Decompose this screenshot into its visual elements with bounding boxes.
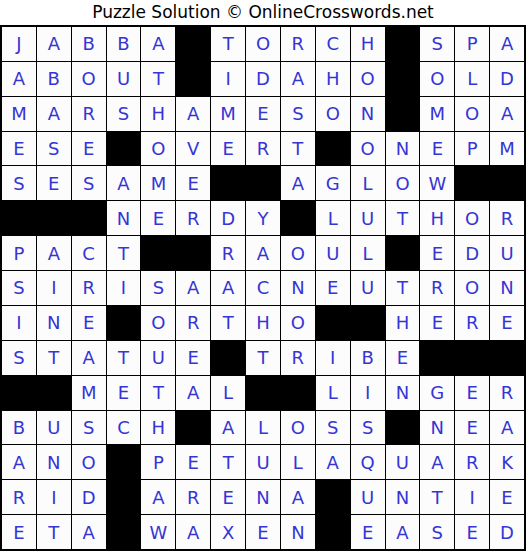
black-square bbox=[211, 166, 245, 200]
letter-cell: N bbox=[37, 445, 71, 479]
letter-cell: H bbox=[141, 97, 175, 131]
letter-cell: U bbox=[351, 480, 385, 514]
letter-cell: M bbox=[211, 97, 245, 131]
letter-cell: S bbox=[420, 27, 454, 61]
letter-cell: E bbox=[490, 480, 524, 514]
letter-cell: O bbox=[141, 306, 175, 340]
letter-cell: U bbox=[107, 62, 141, 96]
black-square bbox=[176, 411, 210, 445]
letter-cell: N bbox=[246, 480, 280, 514]
letter-cell: T bbox=[386, 201, 420, 235]
letter-cell: U bbox=[141, 341, 175, 375]
letter-cell: N bbox=[351, 97, 385, 131]
letter-cell: R bbox=[72, 97, 106, 131]
letter-cell: R bbox=[490, 376, 524, 410]
letter-cell: E bbox=[420, 306, 454, 340]
letter-cell: N bbox=[386, 480, 420, 514]
letter-cell: C bbox=[316, 27, 350, 61]
letter-cell: S bbox=[72, 411, 106, 445]
letter-cell: M bbox=[72, 376, 106, 410]
letter-cell: A bbox=[386, 515, 420, 549]
black-square bbox=[176, 236, 210, 270]
letter-cell: O bbox=[316, 97, 350, 131]
letter-cell: O bbox=[455, 201, 489, 235]
letter-cell: D bbox=[246, 62, 280, 96]
black-square bbox=[141, 236, 175, 270]
letter-cell: A bbox=[490, 27, 524, 61]
letter-cell: E bbox=[2, 515, 36, 549]
letter-cell: R bbox=[211, 236, 245, 270]
letter-cell: A bbox=[141, 27, 175, 61]
letter-cell: G bbox=[316, 166, 350, 200]
letter-cell: D bbox=[72, 480, 106, 514]
letter-cell: I bbox=[455, 480, 489, 514]
letter-cell: K bbox=[490, 445, 524, 479]
letter-cell: L bbox=[246, 411, 280, 445]
letter-cell: E bbox=[2, 132, 36, 166]
letter-cell: E bbox=[455, 376, 489, 410]
black-square bbox=[246, 376, 280, 410]
letter-cell: T bbox=[211, 445, 245, 479]
black-square bbox=[281, 201, 315, 235]
letter-cell: U bbox=[351, 201, 385, 235]
letter-cell: S bbox=[107, 97, 141, 131]
letter-cell: N bbox=[107, 201, 141, 235]
letter-cell: O bbox=[72, 62, 106, 96]
black-square bbox=[490, 341, 524, 375]
letter-cell: N bbox=[281, 515, 315, 549]
letter-cell: I bbox=[351, 376, 385, 410]
letter-cell: C bbox=[107, 411, 141, 445]
letter-cell: S bbox=[281, 97, 315, 131]
letter-cell: R bbox=[455, 445, 489, 479]
black-square bbox=[107, 515, 141, 549]
letter-cell: R bbox=[176, 480, 210, 514]
letter-cell: A bbox=[281, 480, 315, 514]
letter-cell: T bbox=[37, 341, 71, 375]
black-square bbox=[455, 166, 489, 200]
letter-cell: E bbox=[141, 201, 175, 235]
letter-cell: N bbox=[490, 271, 524, 305]
letter-cell: S bbox=[37, 132, 71, 166]
letter-cell: T bbox=[246, 341, 280, 375]
letter-cell: R bbox=[72, 271, 106, 305]
letter-cell: D bbox=[211, 201, 245, 235]
letter-cell: T bbox=[141, 376, 175, 410]
letter-cell: A bbox=[2, 445, 36, 479]
letter-cell: B bbox=[2, 411, 36, 445]
letter-cell: L bbox=[316, 376, 350, 410]
letter-cell: A bbox=[490, 411, 524, 445]
letter-cell: A bbox=[246, 236, 280, 270]
black-square bbox=[316, 515, 350, 549]
black-square bbox=[386, 27, 420, 61]
letter-cell: A bbox=[281, 62, 315, 96]
black-square bbox=[72, 201, 106, 235]
letter-cell: S bbox=[72, 166, 106, 200]
letter-cell: E bbox=[490, 306, 524, 340]
letter-cell: P bbox=[2, 236, 36, 270]
letter-cell: T bbox=[420, 480, 454, 514]
letter-cell: I bbox=[107, 271, 141, 305]
letter-cell: N bbox=[386, 132, 420, 166]
letter-cell: H bbox=[316, 62, 350, 96]
letter-cell: R bbox=[490, 201, 524, 235]
letter-cell: Y bbox=[246, 201, 280, 235]
letter-cell: X bbox=[211, 515, 245, 549]
letter-cell: H bbox=[351, 27, 385, 61]
black-square bbox=[107, 445, 141, 479]
letter-cell: Q bbox=[351, 445, 385, 479]
black-square bbox=[2, 376, 36, 410]
letter-cell: C bbox=[72, 236, 106, 270]
letter-cell: A bbox=[211, 411, 245, 445]
letter-cell: A bbox=[281, 166, 315, 200]
letter-cell: R bbox=[246, 132, 280, 166]
letter-cell: O bbox=[246, 27, 280, 61]
letter-cell: O bbox=[281, 236, 315, 270]
black-square bbox=[2, 201, 36, 235]
letter-cell: B bbox=[107, 27, 141, 61]
letter-cell: T bbox=[37, 515, 71, 549]
black-square bbox=[386, 411, 420, 445]
letter-cell: D bbox=[455, 236, 489, 270]
letter-cell: A bbox=[72, 341, 106, 375]
letter-cell: A bbox=[37, 97, 71, 131]
letter-cell: E bbox=[246, 97, 280, 131]
letter-cell: U bbox=[351, 271, 385, 305]
page-title: Puzzle Solution © OnlineCrosswords.net bbox=[0, 0, 526, 25]
letter-cell: O bbox=[455, 271, 489, 305]
letter-cell: S bbox=[2, 341, 36, 375]
letter-cell: R bbox=[2, 480, 36, 514]
letter-cell: L bbox=[281, 445, 315, 479]
letter-cell: S bbox=[316, 411, 350, 445]
letter-cell: O bbox=[281, 306, 315, 340]
black-square bbox=[316, 306, 350, 340]
letter-cell: B bbox=[37, 62, 71, 96]
letter-cell: E bbox=[107, 376, 141, 410]
letter-cell: U bbox=[316, 236, 350, 270]
black-square bbox=[316, 480, 350, 514]
letter-cell: E bbox=[455, 411, 489, 445]
letter-cell: T bbox=[281, 132, 315, 166]
black-square bbox=[176, 27, 210, 61]
letter-cell: U bbox=[386, 445, 420, 479]
letter-cell: L bbox=[211, 376, 245, 410]
letter-cell: W bbox=[420, 166, 454, 200]
letter-cell: E bbox=[246, 515, 280, 549]
letter-cell: E bbox=[176, 166, 210, 200]
letter-cell: E bbox=[211, 132, 245, 166]
letter-cell: P bbox=[455, 132, 489, 166]
letter-cell: R bbox=[176, 201, 210, 235]
letter-cell: A bbox=[211, 271, 245, 305]
letter-cell: E bbox=[72, 306, 106, 340]
letter-cell: R bbox=[281, 341, 315, 375]
letter-cell: R bbox=[420, 271, 454, 305]
letter-cell: L bbox=[351, 236, 385, 270]
letter-cell: B bbox=[351, 341, 385, 375]
letter-cell: H bbox=[420, 201, 454, 235]
letter-cell: G bbox=[420, 376, 454, 410]
letter-cell: T bbox=[107, 236, 141, 270]
letter-cell: T bbox=[211, 27, 245, 61]
letter-cell: L bbox=[351, 166, 385, 200]
letter-cell: R bbox=[176, 306, 210, 340]
letter-cell: M bbox=[141, 166, 175, 200]
letter-cell: E bbox=[176, 341, 210, 375]
black-square bbox=[386, 236, 420, 270]
letter-cell: I bbox=[37, 271, 71, 305]
letter-cell: C bbox=[246, 271, 280, 305]
letter-cell: A bbox=[37, 27, 71, 61]
letter-cell: M bbox=[2, 97, 36, 131]
letter-cell: A bbox=[37, 236, 71, 270]
letter-cell: A bbox=[107, 166, 141, 200]
letter-cell: E bbox=[176, 445, 210, 479]
letter-cell: L bbox=[316, 201, 350, 235]
letter-cell: R bbox=[281, 27, 315, 61]
letter-cell: U bbox=[490, 236, 524, 270]
letter-cell: U bbox=[37, 411, 71, 445]
letter-cell: E bbox=[72, 132, 106, 166]
letter-cell: H bbox=[386, 306, 420, 340]
letter-cell: W bbox=[141, 515, 175, 549]
black-square bbox=[107, 480, 141, 514]
black-square bbox=[351, 306, 385, 340]
black-square bbox=[386, 62, 420, 96]
letter-cell: I bbox=[37, 480, 71, 514]
black-square bbox=[176, 62, 210, 96]
letter-cell: O bbox=[281, 411, 315, 445]
letter-cell: O bbox=[386, 166, 420, 200]
letter-cell: O bbox=[351, 132, 385, 166]
letter-cell: N bbox=[420, 411, 454, 445]
letter-cell: M bbox=[420, 97, 454, 131]
letter-cell: T bbox=[211, 306, 245, 340]
black-square bbox=[281, 376, 315, 410]
letter-cell: O bbox=[420, 62, 454, 96]
letter-cell: A bbox=[176, 97, 210, 131]
letter-cell: S bbox=[420, 515, 454, 549]
letter-cell: E bbox=[37, 166, 71, 200]
letter-cell: D bbox=[490, 515, 524, 549]
letter-cell: J bbox=[2, 27, 36, 61]
letter-cell: E bbox=[316, 271, 350, 305]
letter-cell: A bbox=[490, 97, 524, 131]
letter-cell: H bbox=[141, 411, 175, 445]
letter-cell: O bbox=[455, 97, 489, 131]
letter-cell: A bbox=[420, 445, 454, 479]
letter-cell: E bbox=[351, 515, 385, 549]
black-square bbox=[37, 201, 71, 235]
letter-cell: V bbox=[176, 132, 210, 166]
letter-cell: E bbox=[420, 132, 454, 166]
letter-cell: A bbox=[2, 62, 36, 96]
letter-cell: N bbox=[37, 306, 71, 340]
letter-cell: N bbox=[281, 271, 315, 305]
letter-cell: O bbox=[72, 445, 106, 479]
letter-cell: I bbox=[2, 306, 36, 340]
letter-cell: H bbox=[246, 306, 280, 340]
black-square bbox=[37, 376, 71, 410]
letter-cell: E bbox=[420, 236, 454, 270]
letter-cell: D bbox=[490, 62, 524, 96]
letter-cell: S bbox=[141, 271, 175, 305]
letter-cell: S bbox=[2, 166, 36, 200]
letter-cell: S bbox=[2, 271, 36, 305]
letter-cell: I bbox=[316, 341, 350, 375]
letter-cell: E bbox=[386, 341, 420, 375]
black-square bbox=[107, 132, 141, 166]
letter-cell: B bbox=[72, 27, 106, 61]
black-square bbox=[455, 341, 489, 375]
letter-cell: A bbox=[176, 376, 210, 410]
letter-cell: A bbox=[141, 480, 175, 514]
letter-cell: P bbox=[141, 445, 175, 479]
letter-cell: A bbox=[176, 515, 210, 549]
letter-cell: A bbox=[72, 515, 106, 549]
letter-cell: S bbox=[351, 411, 385, 445]
letter-cell: A bbox=[176, 271, 210, 305]
black-square bbox=[246, 166, 280, 200]
letter-cell: R bbox=[455, 306, 489, 340]
letter-cell: M bbox=[490, 132, 524, 166]
black-square bbox=[316, 132, 350, 166]
letter-cell: E bbox=[211, 480, 245, 514]
letter-cell: T bbox=[141, 62, 175, 96]
letter-cell: N bbox=[386, 376, 420, 410]
black-square bbox=[107, 306, 141, 340]
black-square bbox=[211, 341, 245, 375]
letter-cell: E bbox=[455, 515, 489, 549]
crossword-solution-page: Puzzle Solution © OnlineCrosswords.net J… bbox=[0, 0, 526, 551]
crossword-grid: JABBATORCHSPAABOUTIDAHOOLDMARSHAMESONMOA… bbox=[0, 25, 526, 551]
letter-cell: T bbox=[107, 341, 141, 375]
letter-cell: I bbox=[211, 62, 245, 96]
letter-cell: T bbox=[386, 271, 420, 305]
letter-cell: P bbox=[455, 27, 489, 61]
letter-cell: U bbox=[246, 445, 280, 479]
black-square bbox=[386, 97, 420, 131]
letter-cell: A bbox=[316, 445, 350, 479]
letter-cell: O bbox=[141, 132, 175, 166]
black-square bbox=[420, 341, 454, 375]
black-square bbox=[490, 166, 524, 200]
letter-cell: O bbox=[351, 62, 385, 96]
letter-cell: L bbox=[455, 62, 489, 96]
